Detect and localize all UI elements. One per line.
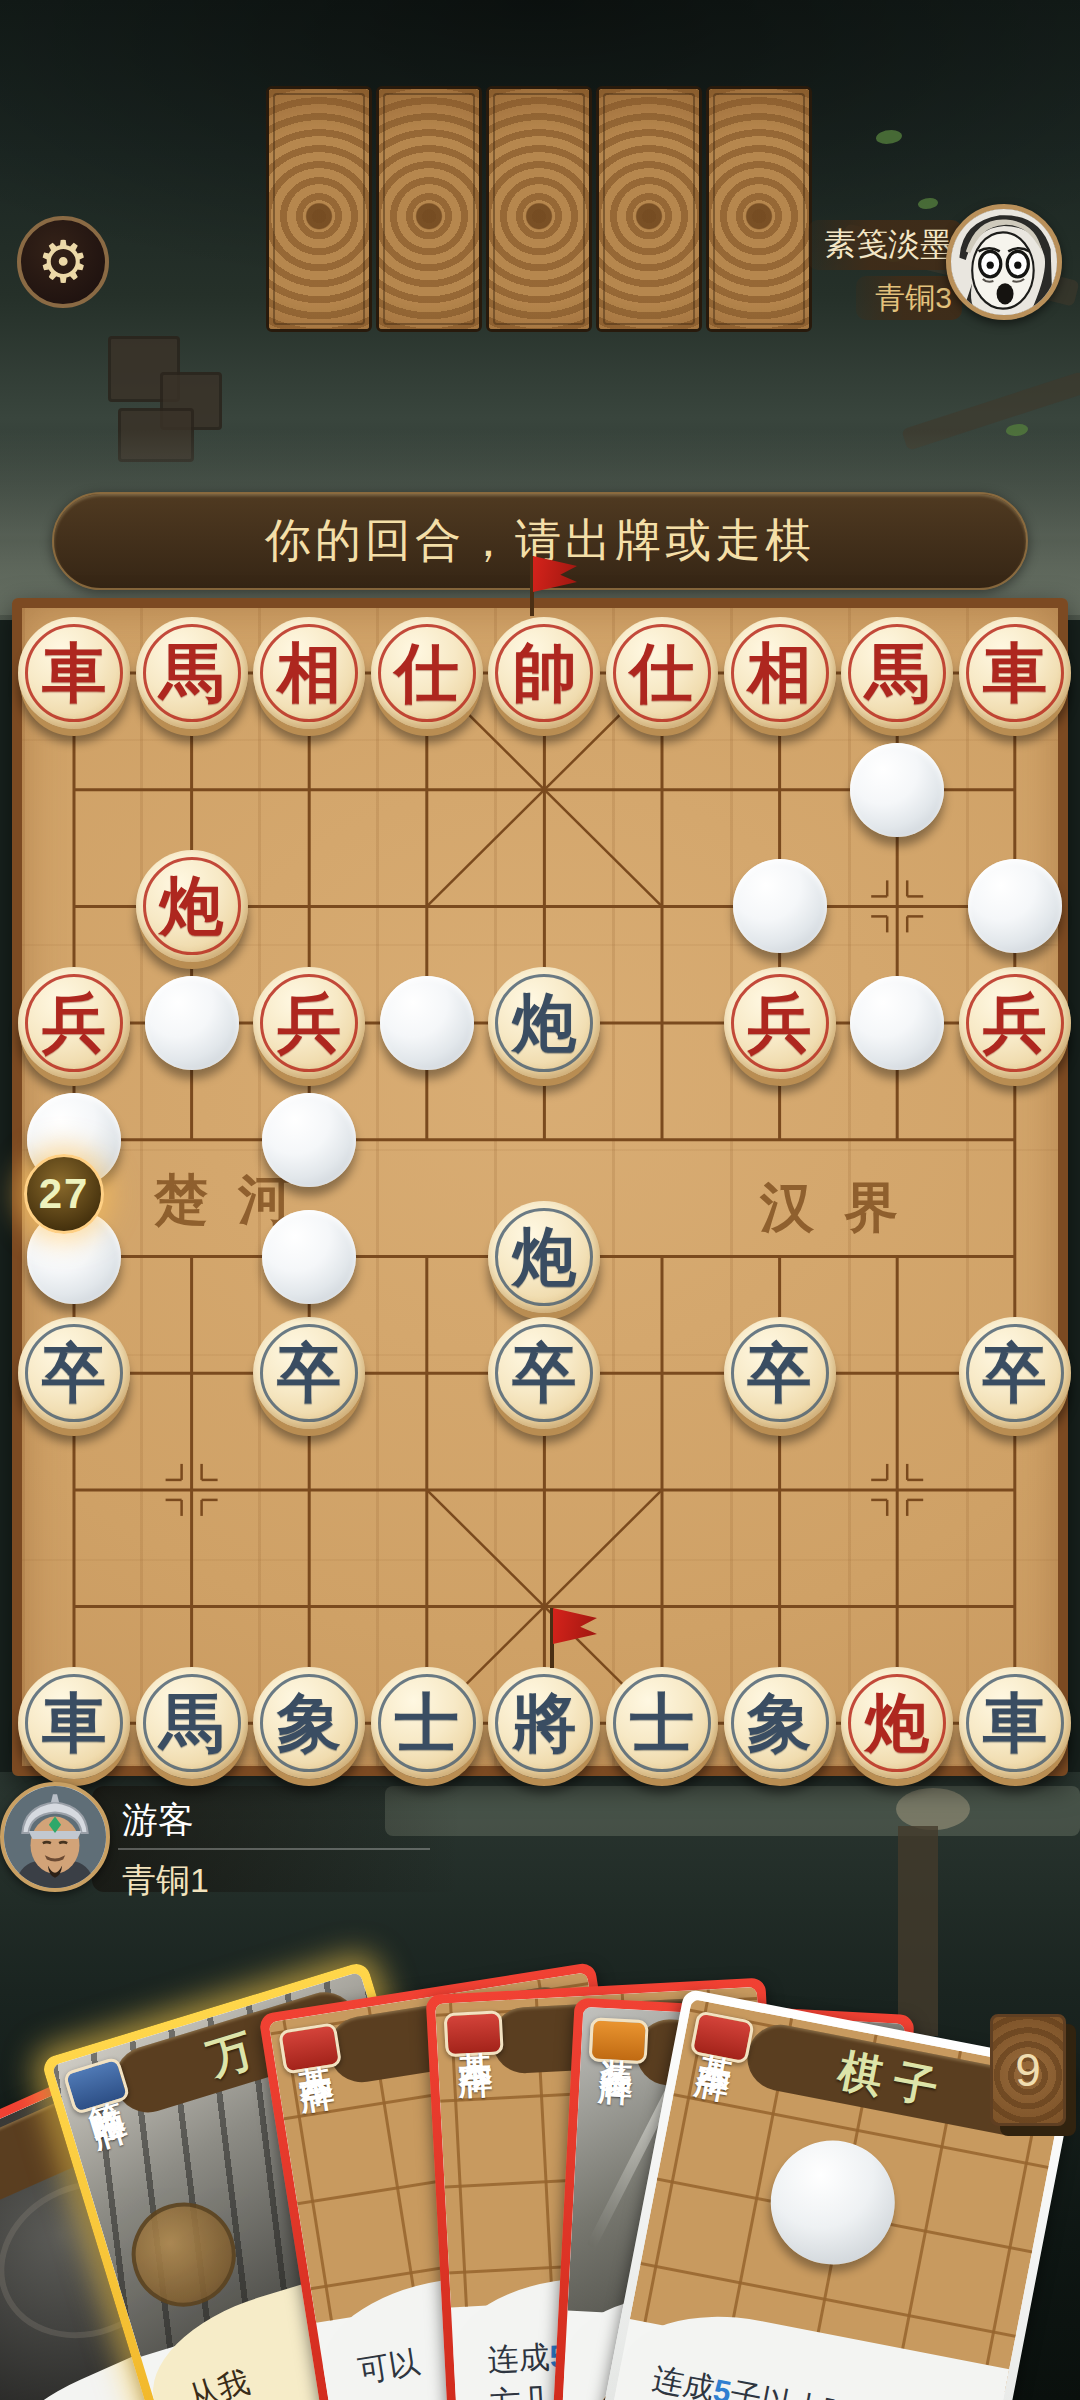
opponent-rank: 青铜3 — [875, 278, 952, 319]
xiangqi-piece-red-車[interactable]: 車 — [18, 617, 130, 729]
piece-glyph: 炮 — [865, 1691, 929, 1755]
piece-glyph: 卒 — [42, 1341, 106, 1405]
opponent-card-back — [596, 86, 702, 332]
go-stone-white[interactable] — [262, 1093, 356, 1187]
piece-glyph: 士 — [630, 1691, 694, 1755]
shocked-face-portrait — [951, 209, 1057, 315]
xiangqi-piece-black-炮[interactable]: 炮 — [488, 1201, 600, 1313]
piece-glyph: 兵 — [748, 991, 812, 1055]
go-stone-white[interactable] — [262, 1210, 356, 1304]
card-type-tab-basic: 基本牌 — [278, 2022, 342, 2075]
piece-glyph: 卒 — [277, 1341, 341, 1405]
xiangqi-piece-red-兵[interactable]: 兵 — [959, 967, 1071, 1079]
piece-glyph: 士 — [395, 1691, 459, 1755]
pier-beam — [385, 1786, 1080, 1836]
card-type-tab-basic: 基本牌 — [444, 2010, 504, 2057]
move-counter-value: 27 — [39, 1170, 90, 1218]
opponent-card-back — [376, 86, 482, 332]
card-type-label: 基本牌 — [292, 2037, 328, 2060]
game-screen: ⚙ 素笺淡墨 青铜3 你的回合，请出牌或走棋 — [0, 0, 1080, 2400]
xiangqi-piece-red-炮[interactable]: 炮 — [841, 1667, 953, 1779]
piece-glyph: 相 — [748, 641, 812, 705]
piece-glyph: 仕 — [395, 641, 459, 705]
piece-glyph: 兵 — [983, 991, 1047, 1055]
piece-glyph: 馬 — [865, 641, 929, 705]
player-name: 游客 — [122, 1796, 194, 1845]
piece-glyph: 車 — [983, 641, 1047, 705]
piece-glyph: 相 — [277, 641, 341, 705]
piece-glyph: 帥 — [512, 641, 576, 705]
deck-face: 9 — [990, 2014, 1066, 2126]
xiangqi-piece-red-相[interactable]: 相 — [724, 617, 836, 729]
piece-glyph: 車 — [42, 641, 106, 705]
deck-count: 9 — [1015, 2043, 1041, 2097]
opponent-avatar[interactable] — [946, 204, 1062, 320]
piece-glyph: 車 — [42, 1691, 106, 1755]
xiangqi-piece-black-車[interactable]: 車 — [959, 1667, 1071, 1779]
piece-glyph: 仕 — [630, 641, 694, 705]
piece-glyph: 馬 — [160, 641, 224, 705]
piece-glyph: 馬 — [160, 1691, 224, 1755]
move-counter-badge: 27 — [24, 1154, 104, 1234]
gear-icon: ⚙ — [37, 233, 89, 291]
settings-button[interactable]: ⚙ — [17, 216, 109, 308]
xiangqi-piece-black-士[interactable]: 士 — [606, 1667, 718, 1779]
go-stone-white[interactable] — [850, 743, 944, 837]
xiangqi-piece-black-士[interactable]: 士 — [371, 1667, 483, 1779]
go-stone-white[interactable] — [733, 859, 827, 953]
xiangqi-piece-red-仕[interactable]: 仕 — [606, 617, 718, 729]
piece-glyph: 炮 — [512, 1225, 576, 1289]
card-type-tab-equip: 装备牌 — [589, 2017, 649, 2064]
xiangqi-piece-red-兵[interactable]: 兵 — [18, 967, 130, 1079]
card-type-label: 策略牌 — [78, 2072, 116, 2099]
piece-glyph: 炮 — [512, 991, 576, 1055]
xiangqi-piece-red-車[interactable]: 車 — [959, 617, 1071, 729]
opponent-card-back — [266, 86, 372, 332]
xiangqi-piece-black-卒[interactable]: 卒 — [959, 1317, 1071, 1429]
river-label-right: 汉界 — [760, 1172, 928, 1245]
opponent-rank-banner: 青铜3 — [856, 276, 962, 320]
xiangqi-piece-red-兵[interactable]: 兵 — [724, 967, 836, 1079]
piece-glyph: 卒 — [748, 1341, 812, 1405]
card-art-white-stone — [760, 2130, 905, 2275]
xiangqi-piece-black-炮[interactable]: 炮 — [488, 967, 600, 1079]
opponent-hand — [266, 86, 812, 332]
xiangqi-board[interactable]: 楚河 汉界 車馬相仕帥仕相馬車炮兵兵炮兵兵炮卒卒卒卒卒車馬象士將士象炮車 — [12, 598, 1068, 1776]
xiangqi-piece-black-卒[interactable]: 卒 — [724, 1317, 836, 1429]
xiangqi-piece-red-仕[interactable]: 仕 — [371, 617, 483, 729]
xiangqi-piece-black-象[interactable]: 象 — [253, 1667, 365, 1779]
player-rank: 青铜1 — [122, 1858, 209, 1904]
opponent-name: 素笺淡墨 — [824, 223, 952, 267]
xiangqi-piece-black-馬[interactable]: 馬 — [136, 1667, 248, 1779]
piece-glyph: 將 — [512, 1691, 576, 1755]
card-type-label: 基本牌 — [704, 2025, 741, 2049]
xiangqi-piece-black-象[interactable]: 象 — [724, 1667, 836, 1779]
xiangqi-piece-red-炮[interactable]: 炮 — [136, 850, 248, 962]
go-stone-white[interactable] — [850, 976, 944, 1070]
card-type-label: 装备牌 — [601, 2031, 636, 2051]
opponent-card-back — [486, 86, 592, 332]
xiangqi-piece-black-卒[interactable]: 卒 — [18, 1317, 130, 1429]
opponent-card-back — [706, 86, 812, 332]
general-portrait — [4, 1786, 106, 1888]
pier-post-top — [896, 1788, 970, 1830]
xiangqi-piece-black-卒[interactable]: 卒 — [488, 1317, 600, 1429]
xiangqi-piece-red-兵[interactable]: 兵 — [253, 967, 365, 1079]
xiangqi-piece-red-帥[interactable]: 帥 — [488, 617, 600, 729]
card-type-label: 基本牌 — [456, 2024, 491, 2044]
go-stone-white[interactable] — [380, 976, 474, 1070]
xiangqi-piece-black-卒[interactable]: 卒 — [253, 1317, 365, 1429]
player-divider — [118, 1848, 430, 1850]
pier-post — [898, 1826, 938, 2036]
xiangqi-piece-black-車[interactable]: 車 — [18, 1667, 130, 1779]
piece-glyph: 象 — [277, 1691, 341, 1755]
xiangqi-piece-red-相[interactable]: 相 — [253, 617, 365, 729]
piece-glyph: 象 — [748, 1691, 812, 1755]
piece-glyph: 車 — [983, 1691, 1047, 1755]
piece-glyph: 卒 — [512, 1341, 576, 1405]
xiangqi-piece-black-將[interactable]: 將 — [488, 1667, 600, 1779]
xiangqi-piece-red-馬[interactable]: 馬 — [841, 617, 953, 729]
piece-glyph: 兵 — [277, 991, 341, 1055]
go-stone-white[interactable] — [968, 859, 1062, 953]
opponent-name-banner: 素笺淡墨 — [808, 220, 962, 270]
go-stone-white[interactable] — [145, 976, 239, 1070]
red-flag-bottom — [530, 1608, 600, 1674]
piece-glyph: 卒 — [983, 1341, 1047, 1405]
draw-deck[interactable]: 9 — [990, 2014, 1076, 2136]
xiangqi-piece-red-馬[interactable]: 馬 — [136, 617, 248, 729]
red-flag-top — [510, 556, 580, 622]
piece-glyph: 炮 — [160, 874, 224, 938]
piece-glyph: 兵 — [42, 991, 106, 1055]
player-avatar[interactable] — [0, 1782, 110, 1892]
